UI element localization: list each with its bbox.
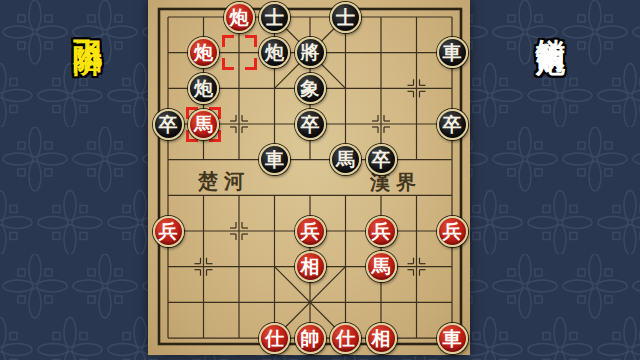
piece-red-帥[interactable]: 帥 [295, 323, 326, 354]
piece-red-馬[interactable]: 馬 [188, 109, 219, 140]
piece-black-馬[interactable]: 馬 [330, 144, 361, 175]
piece-red-兵[interactable]: 兵 [366, 216, 397, 247]
piece-black-卒[interactable]: 卒 [437, 109, 468, 140]
piece-red-兵[interactable]: 兵 [295, 216, 326, 247]
app-window: 飞刀陷阱 锁葫芦炮 楚河 漢界 炮士士炮炮將車炮象卒馬卒卒車馬卒兵兵兵兵相馬仕帥… [0, 0, 640, 360]
piece-red-馬[interactable]: 馬 [366, 251, 397, 282]
piece-black-象[interactable]: 象 [295, 73, 326, 104]
piece-red-仕[interactable]: 仕 [259, 323, 290, 354]
piece-black-將[interactable]: 將 [295, 37, 326, 68]
piece-black-車[interactable]: 車 [437, 37, 468, 68]
piece-black-士[interactable]: 士 [330, 2, 361, 33]
river-label-chu: 楚河 [198, 168, 250, 195]
piece-black-卒[interactable]: 卒 [153, 109, 184, 140]
piece-red-炮[interactable]: 炮 [224, 2, 255, 33]
piece-red-兵[interactable]: 兵 [437, 216, 468, 247]
piece-red-仕[interactable]: 仕 [330, 323, 361, 354]
piece-red-兵[interactable]: 兵 [153, 216, 184, 247]
piece-red-相[interactable]: 相 [366, 323, 397, 354]
piece-black-炮[interactable]: 炮 [259, 37, 290, 68]
piece-black-車[interactable]: 車 [259, 144, 290, 175]
piece-black-士[interactable]: 士 [259, 2, 290, 33]
piece-black-炮[interactable]: 炮 [188, 73, 219, 104]
caption-left: 飞刀陷阱 [68, 16, 108, 28]
xiangqi-board[interactable]: 楚河 漢界 炮士士炮炮將車炮象卒馬卒卒車馬卒兵兵兵兵相馬仕帥仕相車 [148, 0, 470, 355]
piece-red-車[interactable]: 車 [437, 323, 468, 354]
piece-black-卒[interactable]: 卒 [366, 144, 397, 175]
piece-red-炮[interactable]: 炮 [188, 37, 219, 68]
caption-right: 锁葫芦炮 [531, 16, 571, 28]
piece-red-相[interactable]: 相 [295, 251, 326, 282]
piece-black-卒[interactable]: 卒 [295, 109, 326, 140]
